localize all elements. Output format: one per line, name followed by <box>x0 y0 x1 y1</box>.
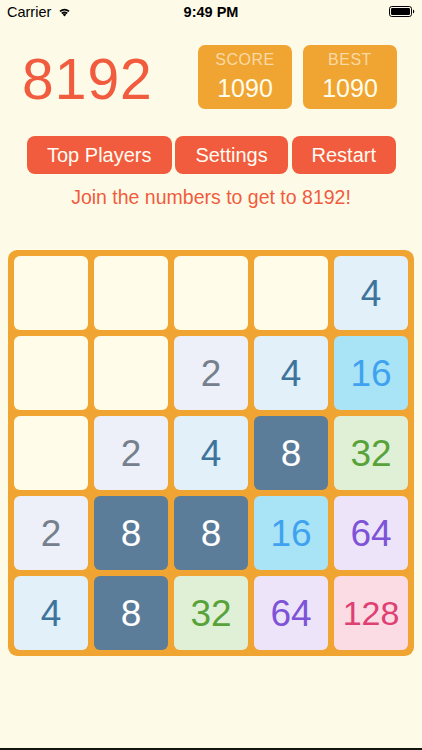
settings-button[interactable]: Settings <box>175 136 287 174</box>
tile-16: 16 <box>254 496 328 570</box>
tile-128: 128 <box>334 576 408 650</box>
header: 8192 SCORE 1090 BEST 1090 <box>0 45 422 111</box>
tile-8: 8 <box>94 496 168 570</box>
tile-8: 8 <box>174 496 248 570</box>
status-bar: Carrier 9:49 PM <box>0 0 422 21</box>
tile-2: 2 <box>14 496 88 570</box>
board-grid[interactable]: 42416248322881664483264128 <box>8 250 414 656</box>
wifi-icon <box>56 6 73 18</box>
button-row: Top Players Settings Restart <box>0 136 422 174</box>
empty-cell <box>94 256 168 330</box>
tile-4: 4 <box>174 416 248 490</box>
tile-4: 4 <box>254 336 328 410</box>
carrier-label: Carrier <box>7 4 51 20</box>
best-label: BEST <box>328 51 372 69</box>
tile-8: 8 <box>94 576 168 650</box>
score-value: 1090 <box>217 74 273 103</box>
tile-2: 2 <box>94 416 168 490</box>
tile-64: 64 <box>254 576 328 650</box>
empty-cell <box>14 336 88 410</box>
tile-64: 64 <box>334 496 408 570</box>
battery-icon <box>389 6 415 17</box>
top-players-button[interactable]: Top Players <box>27 136 172 174</box>
best-box: BEST 1090 <box>303 45 397 109</box>
empty-cell <box>254 256 328 330</box>
empty-cell <box>14 416 88 490</box>
game-title: 8192 <box>22 47 153 111</box>
empty-cell <box>14 256 88 330</box>
subtitle: Join the numbers to get to 8192! <box>0 186 422 209</box>
tile-16: 16 <box>334 336 408 410</box>
best-value: 1090 <box>322 74 378 103</box>
tile-4: 4 <box>334 256 408 330</box>
tile-4: 4 <box>14 576 88 650</box>
app-screen: Carrier 9:49 PM 8192 <box>0 0 422 750</box>
empty-cell <box>174 256 248 330</box>
tile-32: 32 <box>174 576 248 650</box>
score-label: SCORE <box>215 51 274 69</box>
empty-cell <box>94 336 168 410</box>
tile-32: 32 <box>334 416 408 490</box>
restart-button[interactable]: Restart <box>292 136 396 174</box>
score-box: SCORE 1090 <box>198 45 292 109</box>
tile-8: 8 <box>254 416 328 490</box>
tile-2: 2 <box>174 336 248 410</box>
